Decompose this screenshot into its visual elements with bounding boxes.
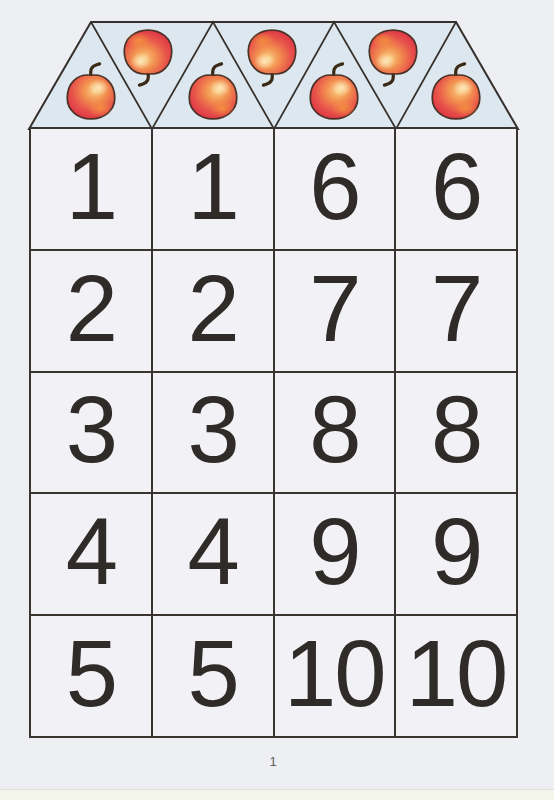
number-cell: 6 xyxy=(275,129,395,249)
number-cell: 8 xyxy=(396,373,516,493)
number-cell: 3 xyxy=(31,373,151,493)
number-cell: 10 xyxy=(396,616,516,736)
number-cell: 2 xyxy=(31,251,151,371)
number-cell: 4 xyxy=(31,494,151,614)
number-board: 1 1 6 6 2 2 7 7 3 3 8 8 4 4 9 9 5 5 10 1… xyxy=(29,127,518,738)
page-number: 1 xyxy=(0,754,546,769)
roof xyxy=(0,0,554,134)
number-cell: 3 xyxy=(153,373,273,493)
number-cell: 5 xyxy=(153,616,273,736)
number-cell: 2 xyxy=(153,251,273,371)
number-cell: 9 xyxy=(396,494,516,614)
number-cell: 1 xyxy=(31,129,151,249)
number-cell: 10 xyxy=(275,616,395,736)
number-cell: 9 xyxy=(275,494,395,614)
number-cell: 4 xyxy=(153,494,273,614)
number-cell: 1 xyxy=(153,129,273,249)
number-cell: 6 xyxy=(396,129,516,249)
number-cell: 7 xyxy=(396,251,516,371)
number-cell: 5 xyxy=(31,616,151,736)
worksheet-page: 1 1 6 6 2 2 7 7 3 3 8 8 4 4 9 9 5 5 10 1… xyxy=(0,0,554,800)
number-cell: 7 xyxy=(275,251,395,371)
number-cell: 8 xyxy=(275,373,395,493)
scan-edge-strip xyxy=(0,789,554,800)
